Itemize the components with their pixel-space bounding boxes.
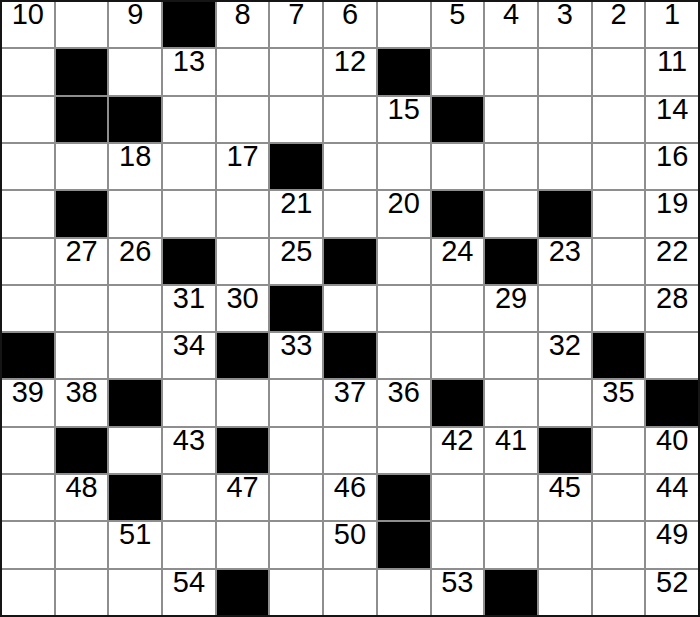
cell-r7c9[interactable] (432, 286, 484, 331)
cell-r1c5[interactable]: 8 (217, 2, 269, 47)
block-cell-r8c5 (217, 333, 269, 378)
block-cell-r1c4 (163, 2, 215, 47)
cell-r2c10[interactable] (485, 49, 537, 94)
clue-number-37: 37 (324, 380, 376, 407)
block-cell-r8c12 (593, 333, 645, 378)
clue-number-28: 28 (646, 286, 698, 313)
cell-r3c5[interactable] (217, 97, 269, 142)
cell-r6c2[interactable]: 27 (56, 239, 108, 284)
cell-r4c13[interactable]: 16 (646, 144, 698, 189)
cell-r7c3[interactable] (109, 286, 161, 331)
clue-number-23: 23 (539, 239, 591, 266)
cell-r9c7[interactable]: 37 (324, 380, 376, 425)
cell-r1c9[interactable]: 5 (432, 2, 484, 47)
cell-r8c10[interactable] (485, 333, 537, 378)
cell-r4c1[interactable] (2, 144, 54, 189)
cell-r8c13[interactable] (646, 333, 698, 378)
cell-r4c2[interactable] (56, 144, 108, 189)
cell-r2c3[interactable] (109, 49, 161, 94)
cell-r10c12[interactable] (593, 428, 645, 473)
block-cell-r8c7 (324, 333, 376, 378)
clue-number-50: 50 (324, 522, 376, 549)
cell-r3c1[interactable] (2, 97, 54, 142)
cell-r1c3[interactable]: 9 (109, 2, 161, 47)
cell-r7c12[interactable] (593, 286, 645, 331)
cell-r7c13[interactable]: 28 (646, 286, 698, 331)
cell-r12c13[interactable]: 49 (646, 522, 698, 567)
cell-r10c1[interactable] (2, 428, 54, 473)
cell-r4c3[interactable]: 18 (109, 144, 161, 189)
cell-r10c13[interactable]: 40 (646, 428, 698, 473)
cell-r12c1[interactable] (2, 522, 54, 567)
block-cell-r12c8 (378, 522, 430, 567)
clue-number-16: 16 (646, 144, 698, 171)
cell-r7c4[interactable]: 31 (163, 286, 215, 331)
clue-number-5: 5 (432, 2, 484, 29)
cell-r1c8[interactable] (378, 2, 430, 47)
cell-r13c13[interactable]: 52 (646, 570, 698, 615)
block-cell-r5c11 (539, 191, 591, 236)
block-cell-r10c2 (56, 428, 108, 473)
cell-r6c8[interactable] (378, 239, 430, 284)
cell-r5c6[interactable]: 21 (270, 191, 322, 236)
cell-r10c6[interactable] (270, 428, 322, 473)
cell-r7c2[interactable] (56, 286, 108, 331)
clue-number-21: 21 (270, 191, 322, 218)
block-cell-r13c10 (485, 570, 537, 615)
cell-r5c1[interactable] (2, 191, 54, 236)
clue-number-38: 38 (56, 380, 108, 407)
cell-r2c11[interactable] (539, 49, 591, 94)
cell-r9c6[interactable] (270, 380, 322, 425)
cell-r7c5[interactable]: 30 (217, 286, 269, 331)
block-cell-r10c11 (539, 428, 591, 473)
clue-number-13: 13 (163, 49, 215, 76)
clue-number-4: 4 (485, 2, 537, 29)
cell-r1c11[interactable]: 3 (539, 2, 591, 47)
cell-r13c9[interactable]: 53 (432, 570, 484, 615)
cell-r7c8[interactable] (378, 286, 430, 331)
cell-r11c13[interactable]: 44 (646, 475, 698, 520)
block-cell-r10c5 (217, 428, 269, 473)
cell-r4c7[interactable] (324, 144, 376, 189)
clue-number-11: 11 (646, 49, 698, 76)
cell-r6c11[interactable]: 23 (539, 239, 591, 284)
clue-number-3: 3 (539, 2, 591, 29)
block-cell-r9c3 (109, 380, 161, 425)
block-cell-r9c9 (432, 380, 484, 425)
clue-number-45: 45 (539, 475, 591, 502)
cell-r4c10[interactable] (485, 144, 537, 189)
block-cell-r13c5 (217, 570, 269, 615)
block-cell-r3c3 (109, 97, 161, 142)
block-cell-r5c9 (432, 191, 484, 236)
clue-number-44: 44 (646, 475, 698, 502)
cell-r8c2[interactable] (56, 333, 108, 378)
cell-r13c12[interactable] (593, 570, 645, 615)
cell-r3c4[interactable] (163, 97, 215, 142)
cell-r12c9[interactable] (432, 522, 484, 567)
clue-number-33: 33 (270, 333, 322, 360)
cell-r12c2[interactable] (56, 522, 108, 567)
cell-r4c12[interactable] (593, 144, 645, 189)
cell-r13c2[interactable] (56, 570, 108, 615)
cell-r2c12[interactable] (593, 49, 645, 94)
cell-r11c4[interactable] (163, 475, 215, 520)
block-cell-r8c1 (2, 333, 54, 378)
block-cell-r6c4 (163, 239, 215, 284)
cell-r11c12[interactable] (593, 475, 645, 520)
clue-number-36: 36 (378, 380, 430, 407)
cell-r9c10[interactable] (485, 380, 537, 425)
cell-r3c7[interactable] (324, 97, 376, 142)
cell-r10c8[interactable] (378, 428, 430, 473)
cell-r12c10[interactable] (485, 522, 537, 567)
cell-r8c3[interactable] (109, 333, 161, 378)
cell-r11c1[interactable] (2, 475, 54, 520)
clue-number-6: 6 (324, 2, 376, 29)
cell-r4c9[interactable] (432, 144, 484, 189)
clue-number-15: 15 (378, 97, 430, 124)
cell-r7c1[interactable] (2, 286, 54, 331)
cell-r9c8[interactable]: 36 (378, 380, 430, 425)
block-cell-r5c2 (56, 191, 108, 236)
clue-number-53: 53 (432, 570, 484, 597)
cell-r13c6[interactable] (270, 570, 322, 615)
clue-number-48: 48 (56, 475, 108, 502)
cell-r7c7[interactable] (324, 286, 376, 331)
cell-r4c8[interactable] (378, 144, 430, 189)
cell-r8c9[interactable] (432, 333, 484, 378)
cell-r5c10[interactable] (485, 191, 537, 236)
block-cell-r11c3 (109, 475, 161, 520)
clue-number-17: 17 (217, 144, 269, 171)
cell-r9c1[interactable]: 39 (2, 380, 54, 425)
clue-number-54: 54 (163, 570, 215, 597)
clue-number-52: 52 (646, 570, 698, 597)
cell-r12c11[interactable] (539, 522, 591, 567)
cell-r1c1[interactable]: 10 (2, 2, 54, 47)
cell-r11c11[interactable]: 45 (539, 475, 591, 520)
cell-r6c13[interactable]: 22 (646, 239, 698, 284)
cell-r3c8[interactable]: 15 (378, 97, 430, 142)
block-cell-r2c2 (56, 49, 108, 94)
cell-r1c12[interactable]: 2 (593, 2, 645, 47)
cell-r9c4[interactable] (163, 380, 215, 425)
clue-number-25: 25 (270, 239, 322, 266)
clue-number-46: 46 (324, 475, 376, 502)
block-cell-r7c6 (270, 286, 322, 331)
crossword-board: 1098765432113121115141817162120192726252… (0, 0, 700, 617)
clue-number-41: 41 (485, 428, 537, 455)
clue-number-10: 10 (2, 2, 54, 29)
cell-r12c12[interactable] (593, 522, 645, 567)
clue-number-26: 26 (109, 239, 161, 266)
cell-r11c2[interactable]: 48 (56, 475, 108, 520)
block-cell-r11c8 (378, 475, 430, 520)
cell-r13c1[interactable] (2, 570, 54, 615)
cell-r7c10[interactable]: 29 (485, 286, 537, 331)
clue-number-9: 9 (109, 2, 161, 29)
block-cell-r9c13 (646, 380, 698, 425)
clue-number-19: 19 (646, 191, 698, 218)
cell-r6c6[interactable]: 25 (270, 239, 322, 284)
cell-r5c13[interactable]: 19 (646, 191, 698, 236)
cell-r8c6[interactable]: 33 (270, 333, 322, 378)
clue-number-29: 29 (485, 286, 537, 313)
cell-r9c5[interactable] (217, 380, 269, 425)
clue-number-40: 40 (646, 428, 698, 455)
cell-r12c3[interactable]: 51 (109, 522, 161, 567)
cell-r6c9[interactable]: 24 (432, 239, 484, 284)
cell-r5c4[interactable] (163, 191, 215, 236)
cell-r1c7[interactable]: 6 (324, 2, 376, 47)
cell-r12c7[interactable]: 50 (324, 522, 376, 567)
cell-r10c3[interactable] (109, 428, 161, 473)
cell-r10c4[interactable]: 43 (163, 428, 215, 473)
cell-r11c9[interactable] (432, 475, 484, 520)
cell-r6c5[interactable] (217, 239, 269, 284)
cell-r4c4[interactable] (163, 144, 215, 189)
cell-r3c6[interactable] (270, 97, 322, 142)
cell-r1c2[interactable] (56, 2, 108, 47)
clue-number-51: 51 (109, 522, 161, 549)
clue-number-18: 18 (109, 144, 161, 171)
clue-number-30: 30 (217, 286, 269, 313)
cell-r8c4[interactable]: 34 (163, 333, 215, 378)
cell-r1c10[interactable]: 4 (485, 2, 537, 47)
cell-r2c5[interactable] (217, 49, 269, 94)
clue-number-49: 49 (646, 522, 698, 549)
clue-number-14: 14 (646, 97, 698, 124)
clue-number-1: 1 (646, 2, 698, 29)
clue-number-7: 7 (270, 2, 322, 29)
clue-number-2: 2 (593, 2, 645, 29)
cell-r2c1[interactable] (2, 49, 54, 94)
cell-r8c11[interactable]: 32 (539, 333, 591, 378)
clue-number-31: 31 (163, 286, 215, 313)
cell-r3c11[interactable] (539, 97, 591, 142)
cell-r3c12[interactable] (593, 97, 645, 142)
cell-r10c10[interactable]: 41 (485, 428, 537, 473)
cell-r2c9[interactable] (432, 49, 484, 94)
clue-number-34: 34 (163, 333, 215, 360)
clue-number-12: 12 (324, 49, 376, 76)
block-cell-r3c9 (432, 97, 484, 142)
clue-number-22: 22 (646, 239, 698, 266)
clue-number-24: 24 (432, 239, 484, 266)
cell-r6c12[interactable] (593, 239, 645, 284)
clue-number-39: 39 (2, 380, 54, 407)
cell-r5c7[interactable] (324, 191, 376, 236)
cell-r13c3[interactable] (109, 570, 161, 615)
cell-r4c5[interactable]: 17 (217, 144, 269, 189)
cell-r11c6[interactable] (270, 475, 322, 520)
cell-r2c13[interactable]: 11 (646, 49, 698, 94)
cell-r1c13[interactable]: 1 (646, 2, 698, 47)
cell-r12c4[interactable] (163, 522, 215, 567)
cell-r8c8[interactable] (378, 333, 430, 378)
cell-r1c6[interactable]: 7 (270, 2, 322, 47)
clue-number-32: 32 (539, 333, 591, 360)
cell-r9c12[interactable]: 35 (593, 380, 645, 425)
cell-r5c3[interactable] (109, 191, 161, 236)
block-cell-r2c8 (378, 49, 430, 94)
cell-r13c4[interactable]: 54 (163, 570, 215, 615)
cell-r9c11[interactable] (539, 380, 591, 425)
cell-r13c11[interactable] (539, 570, 591, 615)
cell-r2c7[interactable]: 12 (324, 49, 376, 94)
cell-r11c7[interactable]: 46 (324, 475, 376, 520)
clue-number-20: 20 (378, 191, 430, 218)
block-cell-r6c10 (485, 239, 537, 284)
clue-number-42: 42 (432, 428, 484, 455)
cell-r3c10[interactable] (485, 97, 537, 142)
clue-number-35: 35 (593, 380, 645, 407)
block-cell-r3c2 (56, 97, 108, 142)
clue-number-47: 47 (217, 475, 269, 502)
cell-r7c11[interactable] (539, 286, 591, 331)
clue-number-27: 27 (56, 239, 108, 266)
cell-r3c13[interactable]: 14 (646, 97, 698, 142)
cell-r11c10[interactable] (485, 475, 537, 520)
cell-r9c2[interactable]: 38 (56, 380, 108, 425)
cell-r5c5[interactable] (217, 191, 269, 236)
cell-r13c8[interactable] (378, 570, 430, 615)
block-cell-r4c6 (270, 144, 322, 189)
cell-r12c5[interactable] (217, 522, 269, 567)
cell-r13c7[interactable] (324, 570, 376, 615)
block-cell-r6c7 (324, 239, 376, 284)
cell-r5c8[interactable]: 20 (378, 191, 430, 236)
cell-r2c4[interactable]: 13 (163, 49, 215, 94)
cell-r10c7[interactable] (324, 428, 376, 473)
cell-r4c11[interactable] (539, 144, 591, 189)
cell-r2c6[interactable] (270, 49, 322, 94)
cell-r11c5[interactable]: 47 (217, 475, 269, 520)
cell-r6c1[interactable] (2, 239, 54, 284)
cell-r6c3[interactable]: 26 (109, 239, 161, 284)
clue-number-43: 43 (163, 428, 215, 455)
cell-r12c6[interactable] (270, 522, 322, 567)
cell-r10c9[interactable]: 42 (432, 428, 484, 473)
cell-r5c12[interactable] (593, 191, 645, 236)
clue-number-8: 8 (217, 2, 269, 29)
